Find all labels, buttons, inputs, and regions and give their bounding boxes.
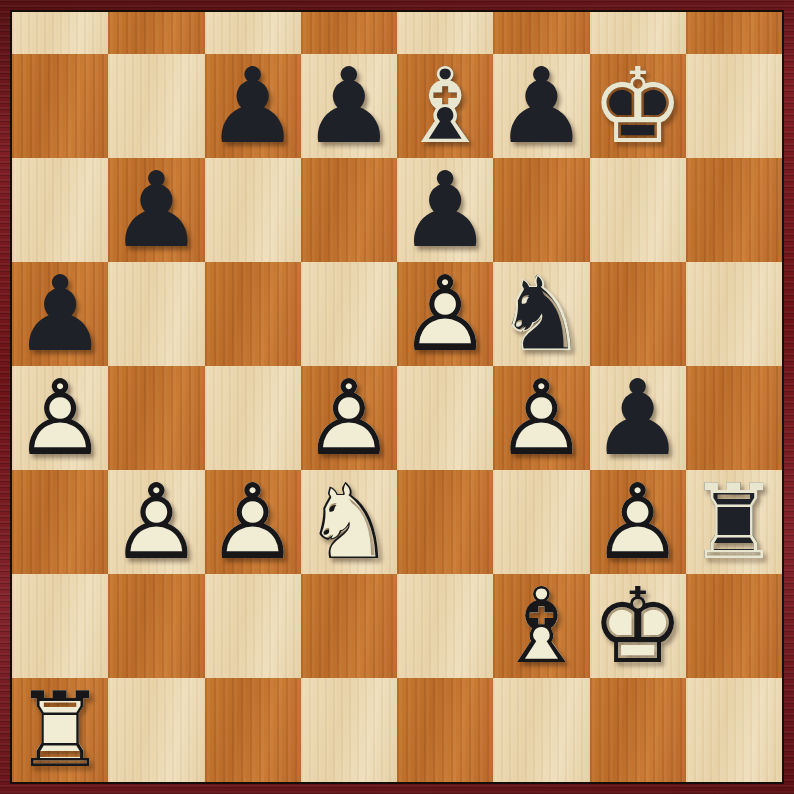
square-b4[interactable] (108, 366, 204, 470)
white-bishop: ♝♗ (493, 574, 589, 678)
square-c3[interactable]: ♟♙ (205, 470, 301, 574)
black-pawn: ♟ (493, 54, 589, 158)
square-e4[interactable] (397, 366, 493, 470)
white-pawn: ♟♙ (205, 470, 301, 574)
square-d8[interactable] (301, 12, 397, 54)
square-c4[interactable] (205, 366, 301, 470)
black-pawn: ♟ (12, 262, 108, 366)
square-e5[interactable]: ♟♙ (397, 262, 493, 366)
black-pawn: ♟ (397, 158, 493, 262)
black-rook: ♜♖ (686, 470, 782, 574)
square-c1[interactable] (205, 678, 301, 782)
square-c2[interactable] (205, 574, 301, 678)
square-a1[interactable]: ♜♖ (12, 678, 108, 782)
white-pawn: ♟♙ (493, 366, 589, 470)
square-a7[interactable] (12, 54, 108, 158)
black-pawn: ♟ (590, 366, 686, 470)
square-f8[interactable] (493, 12, 589, 54)
square-b1[interactable] (108, 678, 204, 782)
white-knight: ♞♘ (301, 470, 397, 574)
square-d1[interactable] (301, 678, 397, 782)
square-a8[interactable] (12, 12, 108, 54)
square-f2[interactable]: ♝♗ (493, 574, 589, 678)
square-b8[interactable] (108, 12, 204, 54)
square-g7[interactable]: ♚♔ (590, 54, 686, 158)
square-b6[interactable]: ♟ (108, 158, 204, 262)
white-pawn: ♟♙ (301, 366, 397, 470)
square-e1[interactable] (397, 678, 493, 782)
square-g8[interactable] (590, 12, 686, 54)
white-king: ♚♔ (590, 574, 686, 678)
square-f6[interactable] (493, 158, 589, 262)
board-frame: ♟♟♝♗♟♚♔♟♟♟♟♙♞♘♟♙♟♙♟♙♟♟♙♟♙♞♘♟♙♜♖♝♗♚♔♜♖ (0, 0, 794, 794)
square-h7[interactable] (686, 54, 782, 158)
white-rook: ♜♖ (12, 678, 108, 782)
white-pawn: ♟♙ (590, 470, 686, 574)
square-e8[interactable] (397, 12, 493, 54)
square-g6[interactable] (590, 158, 686, 262)
square-a4[interactable]: ♟♙ (12, 366, 108, 470)
square-d7[interactable]: ♟ (301, 54, 397, 158)
square-g4[interactable]: ♟ (590, 366, 686, 470)
square-h2[interactable] (686, 574, 782, 678)
square-d2[interactable] (301, 574, 397, 678)
chess-board: ♟♟♝♗♟♚♔♟♟♟♟♙♞♘♟♙♟♙♟♙♟♟♙♟♙♞♘♟♙♜♖♝♗♚♔♜♖ (10, 10, 784, 784)
square-a5[interactable]: ♟ (12, 262, 108, 366)
square-h4[interactable] (686, 366, 782, 470)
square-c6[interactable] (205, 158, 301, 262)
square-d5[interactable] (301, 262, 397, 366)
square-d4[interactable]: ♟♙ (301, 366, 397, 470)
square-h5[interactable] (686, 262, 782, 366)
black-pawn: ♟ (108, 158, 204, 262)
square-g2[interactable]: ♚♔ (590, 574, 686, 678)
square-h3[interactable]: ♜♖ (686, 470, 782, 574)
black-knight: ♞♘ (493, 262, 589, 366)
square-a6[interactable] (12, 158, 108, 262)
square-f7[interactable]: ♟ (493, 54, 589, 158)
square-b3[interactable]: ♟♙ (108, 470, 204, 574)
black-king: ♚♔ (590, 54, 686, 158)
white-pawn: ♟♙ (108, 470, 204, 574)
square-e6[interactable]: ♟ (397, 158, 493, 262)
square-e7[interactable]: ♝♗ (397, 54, 493, 158)
square-h8[interactable] (686, 12, 782, 54)
square-e2[interactable] (397, 574, 493, 678)
black-bishop: ♝♗ (397, 54, 493, 158)
square-b5[interactable] (108, 262, 204, 366)
square-c7[interactable]: ♟ (205, 54, 301, 158)
square-d6[interactable] (301, 158, 397, 262)
square-f5[interactable]: ♞♘ (493, 262, 589, 366)
square-e3[interactable] (397, 470, 493, 574)
white-pawn: ♟♙ (397, 262, 493, 366)
square-g3[interactable]: ♟♙ (590, 470, 686, 574)
black-pawn: ♟ (205, 54, 301, 158)
white-pawn: ♟♙ (12, 366, 108, 470)
square-d3[interactable]: ♞♘ (301, 470, 397, 574)
square-g5[interactable] (590, 262, 686, 366)
square-g1[interactable] (590, 678, 686, 782)
square-a3[interactable] (12, 470, 108, 574)
black-pawn: ♟ (301, 54, 397, 158)
square-a2[interactable] (12, 574, 108, 678)
square-f1[interactable] (493, 678, 589, 782)
square-c5[interactable] (205, 262, 301, 366)
square-f3[interactable] (493, 470, 589, 574)
square-f4[interactable]: ♟♙ (493, 366, 589, 470)
square-h6[interactable] (686, 158, 782, 262)
square-c8[interactable] (205, 12, 301, 54)
square-b2[interactable] (108, 574, 204, 678)
square-h1[interactable] (686, 678, 782, 782)
square-b7[interactable] (108, 54, 204, 158)
